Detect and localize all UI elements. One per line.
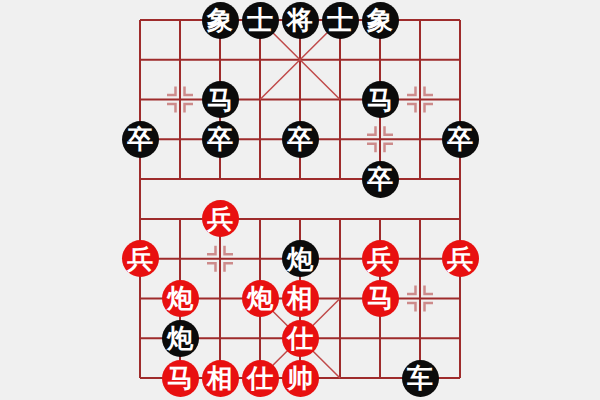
- black-cannon[interactable]: 炮: [282, 240, 319, 277]
- black-horse[interactable]: 马: [202, 81, 239, 118]
- red-horse[interactable]: 马: [362, 280, 399, 317]
- point-marker: [367, 126, 376, 134]
- red-advisor[interactable]: 仕: [242, 360, 279, 397]
- red-general[interactable]: 帅: [282, 360, 319, 397]
- black-soldier[interactable]: 卒: [202, 121, 239, 158]
- point-marker: [225, 263, 234, 272]
- black-soldier[interactable]: 卒: [282, 121, 319, 158]
- red-cannon[interactable]: 炮: [162, 280, 199, 317]
- point-marker: [407, 104, 416, 113]
- point-marker: [367, 144, 376, 153]
- black-advisor[interactable]: 士: [322, 2, 359, 39]
- black-horse[interactable]: 马: [362, 81, 399, 118]
- point-marker: [407, 303, 416, 312]
- point-marker: [207, 263, 216, 272]
- point-marker: [185, 104, 194, 113]
- black-cannon[interactable]: 炮: [162, 320, 199, 357]
- red-advisor[interactable]: 仕: [282, 320, 319, 357]
- point-marker: [425, 87, 434, 96]
- point-marker: [425, 285, 434, 294]
- black-elephant[interactable]: 象: [202, 2, 239, 39]
- red-soldier[interactable]: 兵: [362, 240, 399, 277]
- point-marker: [385, 126, 394, 134]
- point-marker: [207, 246, 216, 255]
- red-horse[interactable]: 马: [162, 360, 199, 397]
- point-marker: [185, 87, 194, 96]
- point-marker: [167, 87, 176, 96]
- point-marker: [407, 285, 416, 294]
- black-general[interactable]: 将: [282, 2, 319, 39]
- red-elephant[interactable]: 相: [282, 280, 319, 317]
- red-soldier[interactable]: 兵: [122, 240, 159, 277]
- black-elephant[interactable]: 象: [362, 2, 399, 39]
- point-marker: [225, 246, 234, 255]
- black-soldier[interactable]: 卒: [122, 121, 159, 158]
- black-chariot[interactable]: 车: [402, 360, 439, 397]
- point-marker: [385, 144, 394, 153]
- point-marker: [425, 104, 434, 113]
- red-elephant[interactable]: 相: [202, 360, 239, 397]
- black-soldier[interactable]: 卒: [362, 161, 399, 198]
- point-marker: [407, 87, 416, 96]
- red-soldier[interactable]: 兵: [442, 240, 479, 277]
- point-marker: [425, 303, 434, 312]
- point-marker: [167, 104, 176, 113]
- xiangqi-board-screenshot: 象士将士象马马卒卒卒卒卒炮炮车兵兵兵兵炮炮相马仕马相仕帅: [0, 0, 600, 400]
- red-cannon[interactable]: 炮: [242, 280, 279, 317]
- red-soldier[interactable]: 兵: [202, 200, 239, 237]
- black-soldier[interactable]: 卒: [442, 121, 479, 158]
- black-advisor[interactable]: 士: [242, 2, 279, 39]
